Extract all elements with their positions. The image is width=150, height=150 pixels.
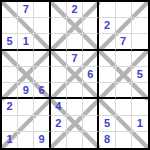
cell-r5c6[interactable] xyxy=(99,83,115,99)
cell-r7c1[interactable] xyxy=(18,116,34,132)
given-digit: 5 xyxy=(7,36,13,47)
given-digit: 7 xyxy=(120,36,126,47)
cell-r6c7[interactable] xyxy=(116,99,132,115)
cell-r0c0[interactable] xyxy=(2,2,18,18)
cell-r2c1[interactable]: 1 xyxy=(18,34,34,50)
cell-r1c8[interactable] xyxy=(132,18,148,34)
cell-r1c2[interactable] xyxy=(34,18,50,34)
cell-r5c3[interactable] xyxy=(51,83,67,99)
cell-r8c2[interactable]: 9 xyxy=(34,132,50,148)
given-digit: 5 xyxy=(137,69,143,80)
given-digit: 1 xyxy=(23,36,29,47)
cell-r8c8[interactable] xyxy=(132,132,148,148)
cell-r5c2[interactable]: 6 xyxy=(34,83,50,99)
cell-r6c8[interactable] xyxy=(132,99,148,115)
cell-r2c0[interactable]: 5 xyxy=(2,34,18,50)
cell-r1c0[interactable] xyxy=(2,18,18,34)
cell-r5c4[interactable] xyxy=(67,83,83,99)
cell-r0c6[interactable] xyxy=(99,2,115,18)
cell-r8c6[interactable]: 8 xyxy=(99,132,115,148)
cell-r2c4[interactable] xyxy=(67,34,83,50)
cell-r5c0[interactable] xyxy=(2,83,18,99)
cell-r8c0[interactable]: 1 xyxy=(2,132,18,148)
cell-r3c2[interactable] xyxy=(34,51,50,67)
cell-r0c4[interactable]: 2 xyxy=(67,2,83,18)
given-digit: 9 xyxy=(23,85,29,96)
cell-r0c3[interactable] xyxy=(51,2,67,18)
given-digit: 2 xyxy=(7,101,13,112)
given-digit: 6 xyxy=(38,85,44,96)
cell-r7c3[interactable]: 2 xyxy=(51,116,67,132)
cell-r0c2[interactable] xyxy=(34,2,50,18)
cell-r1c4[interactable] xyxy=(67,18,83,34)
cell-r3c3[interactable] xyxy=(51,51,67,67)
given-digit: 6 xyxy=(87,69,93,80)
cell-r5c1[interactable]: 9 xyxy=(18,83,34,99)
cell-r0c8[interactable] xyxy=(132,2,148,18)
cell-r7c4[interactable] xyxy=(67,116,83,132)
cell-r4c0[interactable] xyxy=(2,67,18,83)
cell-r5c5[interactable] xyxy=(83,83,99,99)
cell-r7c5[interactable] xyxy=(83,116,99,132)
cell-r3c4[interactable]: 7 xyxy=(67,51,83,67)
cell-r8c4[interactable] xyxy=(67,132,83,148)
cell-r7c2[interactable] xyxy=(34,116,50,132)
cell-r0c1[interactable]: 7 xyxy=(18,2,34,18)
cell-r8c1[interactable] xyxy=(18,132,34,148)
given-digit: 8 xyxy=(104,134,110,145)
cell-r1c6[interactable]: 2 xyxy=(99,18,115,34)
cell-r3c6[interactable] xyxy=(99,51,115,67)
cell-r2c6[interactable] xyxy=(99,34,115,50)
cell-r5c8[interactable] xyxy=(132,83,148,99)
cell-r4c1[interactable] xyxy=(18,67,34,83)
given-digit: 1 xyxy=(7,134,13,145)
cell-r6c6[interactable] xyxy=(99,99,115,115)
given-digit: 1 xyxy=(137,118,143,129)
cell-r0c5[interactable] xyxy=(83,2,99,18)
cell-r1c3[interactable] xyxy=(51,18,67,34)
cell-r4c5[interactable]: 6 xyxy=(83,67,99,83)
cell-r3c8[interactable] xyxy=(132,51,148,67)
cell-r2c8[interactable] xyxy=(132,34,148,50)
cell-r2c3[interactable] xyxy=(51,34,67,50)
given-digit: 2 xyxy=(55,118,61,129)
cell-r1c5[interactable] xyxy=(83,18,99,34)
given-digit: 2 xyxy=(104,20,110,31)
given-digit: 9 xyxy=(38,134,44,145)
sudoku-board: 7225177659624251198 xyxy=(0,0,150,150)
cell-r7c8[interactable]: 1 xyxy=(132,116,148,132)
cell-r6c3[interactable]: 4 xyxy=(51,99,67,115)
cell-r4c3[interactable] xyxy=(51,67,67,83)
given-digit: 7 xyxy=(71,53,77,64)
cell-r3c7[interactable] xyxy=(116,51,132,67)
cell-r7c6[interactable]: 5 xyxy=(99,116,115,132)
cell-r5c7[interactable] xyxy=(116,83,132,99)
cell-r3c5[interactable] xyxy=(83,51,99,67)
cell-r2c7[interactable]: 7 xyxy=(116,34,132,50)
cell-r6c0[interactable]: 2 xyxy=(2,99,18,115)
cell-r4c4[interactable] xyxy=(67,67,83,83)
cell-r8c3[interactable] xyxy=(51,132,67,148)
cell-r4c7[interactable] xyxy=(116,67,132,83)
given-digit: 5 xyxy=(104,118,110,129)
given-digit: 7 xyxy=(23,4,29,15)
cell-r7c0[interactable] xyxy=(2,116,18,132)
cell-r1c7[interactable] xyxy=(116,18,132,34)
cell-r2c5[interactable] xyxy=(83,34,99,50)
cell-r8c5[interactable] xyxy=(83,132,99,148)
cell-r4c6[interactable] xyxy=(99,67,115,83)
cell-r6c1[interactable] xyxy=(18,99,34,115)
cell-r7c7[interactable] xyxy=(116,116,132,132)
cell-r8c7[interactable] xyxy=(116,132,132,148)
given-digit: 4 xyxy=(55,101,61,112)
cell-r0c7[interactable] xyxy=(116,2,132,18)
cell-r1c1[interactable] xyxy=(18,18,34,34)
cell-r6c2[interactable] xyxy=(34,99,50,115)
cell-r4c2[interactable] xyxy=(34,67,50,83)
cell-r3c0[interactable] xyxy=(2,51,18,67)
cell-r6c5[interactable] xyxy=(83,99,99,115)
cell-grid: 7225177659624251198 xyxy=(2,2,148,148)
given-digit: 2 xyxy=(71,4,77,15)
cell-r3c1[interactable] xyxy=(18,51,34,67)
cell-r2c2[interactable] xyxy=(34,34,50,50)
cell-r4c8[interactable]: 5 xyxy=(132,67,148,83)
cell-r6c4[interactable] xyxy=(67,99,83,115)
